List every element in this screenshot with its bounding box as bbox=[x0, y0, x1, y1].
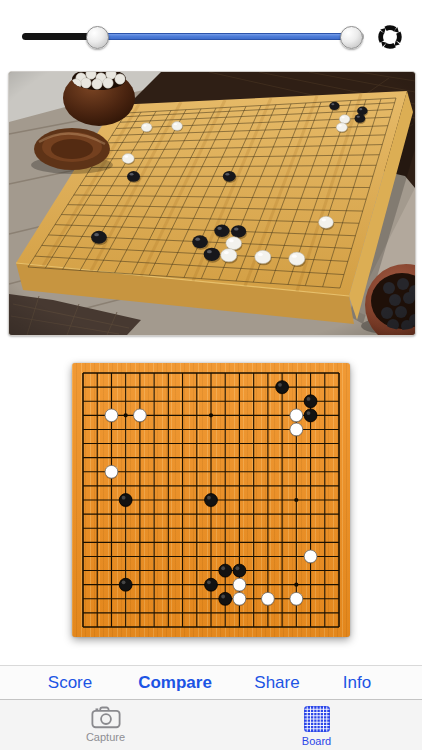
white-stone[interactable] bbox=[105, 409, 118, 422]
black-stone[interactable] bbox=[233, 564, 246, 577]
slider-track-inside[interactable] bbox=[95, 33, 353, 40]
slider-left-thumb[interactable] bbox=[86, 26, 109, 49]
white-stone[interactable] bbox=[133, 409, 146, 422]
camera-icon bbox=[91, 705, 121, 729]
black-stone[interactable] bbox=[304, 395, 317, 408]
hoshi-point bbox=[294, 498, 298, 502]
compare-button[interactable]: Compare bbox=[138, 666, 212, 699]
hoshi-point bbox=[294, 583, 298, 587]
board-photo bbox=[8, 71, 416, 336]
black-stone[interactable] bbox=[119, 578, 132, 591]
black-stone[interactable] bbox=[205, 578, 218, 591]
white-stone[interactable] bbox=[233, 592, 246, 605]
go-grid[interactable] bbox=[72, 363, 350, 637]
black-stone[interactable] bbox=[304, 409, 317, 422]
white-stone[interactable] bbox=[233, 578, 246, 591]
tab-board-label: Board bbox=[302, 735, 331, 747]
white-stone[interactable] bbox=[290, 409, 303, 422]
slider-right-thumb[interactable] bbox=[340, 26, 363, 49]
white-stone[interactable] bbox=[290, 592, 303, 605]
tab-board[interactable]: Board bbox=[211, 700, 422, 750]
black-stone[interactable] bbox=[219, 592, 232, 605]
black-stone[interactable] bbox=[205, 494, 218, 507]
board-photo-image bbox=[9, 72, 415, 335]
tab-bar: Capture Board bbox=[0, 699, 422, 750]
rotate-button[interactable] bbox=[376, 23, 404, 51]
board-grid-icon bbox=[303, 705, 331, 733]
white-stone[interactable] bbox=[304, 550, 317, 563]
top-toolbar bbox=[0, 0, 422, 70]
tab-capture-label: Capture bbox=[86, 731, 125, 743]
hoshi-point bbox=[124, 413, 128, 417]
hoshi-point bbox=[209, 413, 213, 417]
white-stone[interactable] bbox=[261, 592, 274, 605]
score-button[interactable]: Score bbox=[48, 666, 92, 699]
tab-capture[interactable]: Capture bbox=[0, 700, 211, 750]
rotate-icon bbox=[376, 23, 404, 51]
black-stone[interactable] bbox=[276, 381, 289, 394]
digitized-go-board[interactable] bbox=[72, 363, 350, 637]
black-stone[interactable] bbox=[119, 494, 132, 507]
white-stone[interactable] bbox=[290, 423, 303, 436]
info-button[interactable]: Info bbox=[343, 666, 371, 699]
black-stone[interactable] bbox=[219, 564, 232, 577]
share-button[interactable]: Share bbox=[254, 666, 299, 699]
app-screen: Score Compare Share Info Capture bbox=[0, 0, 422, 750]
action-bar: Score Compare Share Info bbox=[0, 665, 422, 700]
white-stone[interactable] bbox=[105, 465, 118, 478]
